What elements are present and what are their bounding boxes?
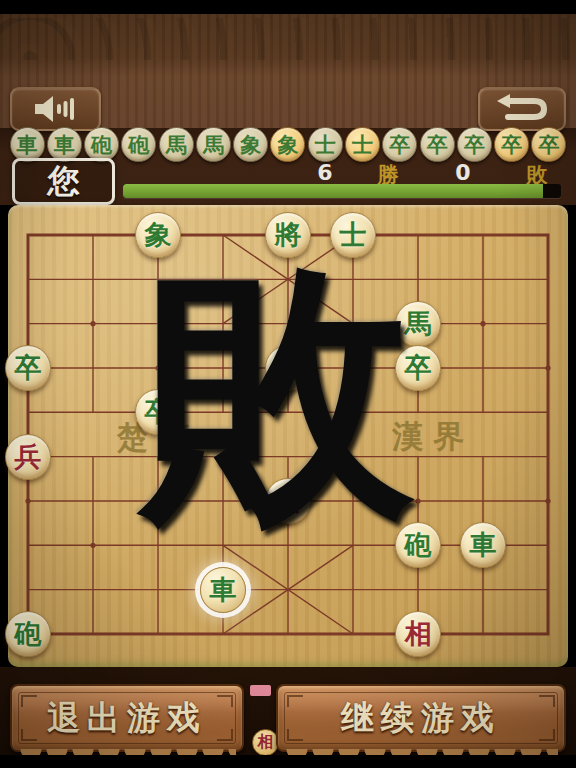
board-grid: 楚河 漢界 xyxy=(8,205,568,667)
tray-piece: 士 xyxy=(308,127,343,162)
board-piece-將[interactable]: 將 xyxy=(265,212,311,258)
board-piece-士[interactable]: 士 xyxy=(330,212,376,258)
board-piece-馬[interactable]: 馬 xyxy=(395,301,441,347)
board-piece-車[interactable]: 車 xyxy=(460,522,506,568)
board-piece-象[interactable]: 象 xyxy=(135,212,181,258)
exit-game-label: 退出游戏 xyxy=(47,696,207,741)
tray-piece: 馬 xyxy=(196,127,231,162)
tray-piece: 馬 xyxy=(159,127,194,162)
board-piece-兵[interactable]: 兵 xyxy=(265,478,311,524)
tray-piece: 卒 xyxy=(457,127,492,162)
top-black-bar xyxy=(0,0,576,14)
xiangqi-board[interactable]: 楚河 漢界 象將士馬卒馬卒卒兵兵砲車車砲相 xyxy=(8,205,568,667)
tray-piece: 車 xyxy=(47,127,82,162)
board-piece-車[interactable]: 車 xyxy=(200,567,246,613)
tray-piece: 車 xyxy=(10,127,45,162)
opponent-progress-peek xyxy=(250,685,271,696)
game-screen: 車車砲砲馬馬象象士士卒卒卒卒卒 您 6 勝 0 敗 楚河 漢界 象將士馬卒馬卒卒… xyxy=(0,0,576,768)
continue-game-button[interactable]: 继续游戏 xyxy=(276,684,566,752)
tray-piece: 卒 xyxy=(494,127,529,162)
win-rate-progress-bar xyxy=(123,184,561,198)
tray-piece: 卒 xyxy=(382,127,417,162)
opponent-tray-peek-piece: 相 xyxy=(252,729,279,756)
losses-count: 0 xyxy=(455,160,470,185)
progress-fill xyxy=(123,184,543,198)
speaker-volume-icon xyxy=(30,94,82,124)
tray-piece: 象 xyxy=(233,127,268,162)
board-piece-卒[interactable]: 卒 xyxy=(135,389,181,435)
river-label-right: 漢界 xyxy=(391,418,474,454)
back-button[interactable] xyxy=(478,87,566,131)
tray-piece: 士 xyxy=(345,127,380,162)
board-piece-馬[interactable]: 馬 xyxy=(265,345,311,391)
board-piece-砲[interactable]: 砲 xyxy=(5,611,51,657)
tray-piece: 象 xyxy=(270,127,305,162)
tray-piece: 卒 xyxy=(531,127,566,162)
wins-count: 6 xyxy=(317,160,332,185)
exit-game-button[interactable]: 退出游戏 xyxy=(10,684,244,752)
board-piece-卒[interactable]: 卒 xyxy=(395,345,441,391)
player-label: 您 xyxy=(48,160,80,204)
sound-button[interactable] xyxy=(10,87,101,131)
carved-pattern xyxy=(0,18,576,60)
bottom-black-bar xyxy=(0,755,576,768)
board-piece-兵[interactable]: 兵 xyxy=(5,434,51,480)
tray-piece: 砲 xyxy=(121,127,156,162)
tray-piece: 卒 xyxy=(420,127,455,162)
return-arrow-icon xyxy=(494,93,550,125)
tray-piece: 砲 xyxy=(84,127,119,162)
board-piece-相[interactable]: 相 xyxy=(395,611,441,657)
board-piece-砲[interactable]: 砲 xyxy=(395,522,441,568)
player-label-box: 您 xyxy=(12,158,115,205)
continue-game-label: 继续游戏 xyxy=(341,696,501,741)
board-piece-卒[interactable]: 卒 xyxy=(5,345,51,391)
